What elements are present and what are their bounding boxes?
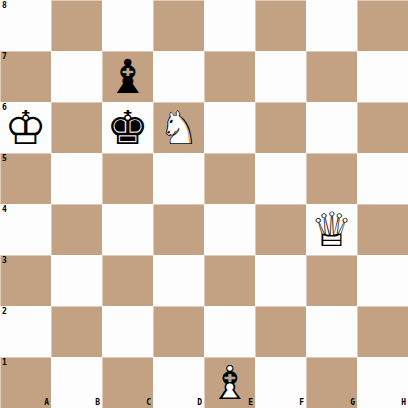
file-label-b: B — [95, 399, 100, 407]
white-bishop[interactable]: ♝♗ — [204, 357, 255, 408]
rank-label-3: 3 — [2, 257, 7, 265]
square-a1[interactable]: 1A — [0, 357, 51, 408]
square-g4[interactable]: ♛♕ — [306, 204, 357, 255]
chess-board: 87♝6♚♔♚♞♘54♛♕321ABCDE♝♗FGH — [0, 0, 408, 408]
square-f5[interactable] — [255, 153, 306, 204]
rank-label-2: 2 — [2, 308, 7, 316]
square-f2[interactable] — [255, 306, 306, 357]
square-a3[interactable]: 3 — [0, 255, 51, 306]
white-king-outline: ♔ — [4, 102, 46, 153]
square-g1[interactable]: G — [306, 357, 357, 408]
file-label-f: F — [299, 399, 304, 407]
square-c3[interactable] — [102, 255, 153, 306]
square-h4[interactable] — [357, 204, 408, 255]
square-a2[interactable]: 2 — [0, 306, 51, 357]
square-h2[interactable] — [357, 306, 408, 357]
square-b3[interactable] — [51, 255, 102, 306]
square-g7[interactable] — [306, 51, 357, 102]
square-b5[interactable] — [51, 153, 102, 204]
square-g3[interactable] — [306, 255, 357, 306]
square-a5[interactable]: 5 — [0, 153, 51, 204]
square-c1[interactable]: C — [102, 357, 153, 408]
file-label-a: A — [44, 399, 49, 407]
square-c6[interactable]: ♚ — [102, 102, 153, 153]
square-h6[interactable] — [357, 102, 408, 153]
black-bishop-glyph: ♝ — [106, 51, 148, 102]
square-c4[interactable] — [102, 204, 153, 255]
square-e2[interactable] — [204, 306, 255, 357]
square-d1[interactable]: D — [153, 357, 204, 408]
square-e8[interactable] — [204, 0, 255, 51]
black-bishop[interactable]: ♝ — [102, 51, 153, 102]
square-e6[interactable] — [204, 102, 255, 153]
square-h7[interactable] — [357, 51, 408, 102]
square-h3[interactable] — [357, 255, 408, 306]
file-label-h: H — [401, 399, 406, 407]
square-b6[interactable] — [51, 102, 102, 153]
square-e7[interactable] — [204, 51, 255, 102]
square-c2[interactable] — [102, 306, 153, 357]
square-e5[interactable] — [204, 153, 255, 204]
square-g6[interactable] — [306, 102, 357, 153]
square-c8[interactable] — [102, 0, 153, 51]
square-b2[interactable] — [51, 306, 102, 357]
square-b1[interactable]: B — [51, 357, 102, 408]
white-bishop-outline: ♗ — [208, 357, 250, 408]
white-king[interactable]: ♚♔ — [0, 102, 51, 153]
square-a4[interactable]: 4 — [0, 204, 51, 255]
square-f3[interactable] — [255, 255, 306, 306]
rank-label-4: 4 — [2, 206, 7, 214]
square-d4[interactable] — [153, 204, 204, 255]
white-knight[interactable]: ♞♘ — [153, 102, 204, 153]
square-f8[interactable] — [255, 0, 306, 51]
square-f6[interactable] — [255, 102, 306, 153]
square-h1[interactable]: H — [357, 357, 408, 408]
black-king[interactable]: ♚ — [102, 102, 153, 153]
file-label-d: D — [197, 399, 202, 407]
white-queen[interactable]: ♛♕ — [306, 204, 357, 255]
rank-label-8: 8 — [2, 2, 7, 10]
square-a6[interactable]: 6♚♔ — [0, 102, 51, 153]
square-d8[interactable] — [153, 0, 204, 51]
white-queen-outline: ♕ — [310, 204, 352, 255]
square-h5[interactable] — [357, 153, 408, 204]
square-d7[interactable] — [153, 51, 204, 102]
square-d5[interactable] — [153, 153, 204, 204]
file-label-g: G — [350, 399, 355, 407]
square-c5[interactable] — [102, 153, 153, 204]
square-g8[interactable] — [306, 0, 357, 51]
square-g2[interactable] — [306, 306, 357, 357]
square-e1[interactable]: E♝♗ — [204, 357, 255, 408]
square-a7[interactable]: 7 — [0, 51, 51, 102]
black-king-glyph: ♚ — [106, 102, 148, 153]
square-g5[interactable] — [306, 153, 357, 204]
rank-label-5: 5 — [2, 155, 7, 163]
square-b4[interactable] — [51, 204, 102, 255]
square-a8[interactable]: 8 — [0, 0, 51, 51]
file-label-c: C — [146, 399, 151, 407]
square-d6[interactable]: ♞♘ — [153, 102, 204, 153]
square-d2[interactable] — [153, 306, 204, 357]
square-e3[interactable] — [204, 255, 255, 306]
square-d3[interactable] — [153, 255, 204, 306]
square-c7[interactable]: ♝ — [102, 51, 153, 102]
rank-label-7: 7 — [2, 53, 7, 61]
white-knight-outline: ♘ — [157, 102, 199, 153]
square-b7[interactable] — [51, 51, 102, 102]
square-e4[interactable] — [204, 204, 255, 255]
square-h8[interactable] — [357, 0, 408, 51]
rank-label-1: 1 — [2, 359, 7, 367]
square-f7[interactable] — [255, 51, 306, 102]
square-f1[interactable]: F — [255, 357, 306, 408]
square-b8[interactable] — [51, 0, 102, 51]
square-f4[interactable] — [255, 204, 306, 255]
